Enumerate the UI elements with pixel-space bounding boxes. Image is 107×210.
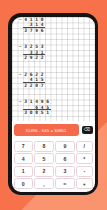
phone-frame: −41103143796−32533312922−26224152207−314… bbox=[8, 13, 98, 195]
worksheet-grid: −41103143796−32533312922−26224152207−314… bbox=[12, 17, 95, 122]
key-equals[interactable]: = bbox=[55, 178, 74, 189]
key-9[interactable]: 9 bbox=[55, 141, 74, 152]
answer-line bbox=[23, 109, 51, 110]
keypad: 789/456*123-0,=+ bbox=[14, 141, 93, 190]
answer-line bbox=[23, 82, 45, 83]
key-5[interactable]: 5 bbox=[34, 153, 53, 164]
digit-cell: 2 bbox=[40, 55, 46, 61]
key-1[interactable]: 1 bbox=[14, 166, 33, 177]
display-row: 31496 - 645 = 30851 ⌫ bbox=[14, 124, 93, 137]
backspace-button[interactable]: ⌫ bbox=[82, 126, 93, 134]
answer-line bbox=[23, 54, 45, 55]
key-minus[interactable]: - bbox=[76, 166, 92, 177]
digit-cell: 6 bbox=[40, 28, 46, 34]
key-2[interactable]: 2 bbox=[34, 166, 53, 177]
key-plus[interactable]: + bbox=[76, 178, 92, 189]
key-8[interactable]: 8 bbox=[34, 141, 53, 152]
key-0[interactable]: 0 bbox=[14, 178, 33, 189]
key-multiply[interactable]: * bbox=[76, 153, 92, 164]
key-3[interactable]: 3 bbox=[55, 166, 74, 177]
app-screen: −41103143796−32533312922−26224152207−314… bbox=[12, 17, 95, 192]
app-background: −41103143796−32533312922−26224152207−314… bbox=[0, 0, 107, 210]
equation-text: 31496 - 645 = 30851 bbox=[26, 128, 67, 133]
equation-display: 31496 - 645 = 30851 bbox=[14, 124, 79, 136]
backspace-icon: ⌫ bbox=[84, 126, 90, 134]
key-comma[interactable]: , bbox=[34, 178, 53, 189]
key-divide[interactable]: / bbox=[76, 141, 92, 152]
digit-cell: 7 bbox=[40, 83, 46, 89]
key-4[interactable]: 4 bbox=[14, 153, 33, 164]
key-7[interactable]: 7 bbox=[14, 141, 33, 152]
answer-line bbox=[23, 27, 45, 28]
digit-cell: 1 bbox=[45, 110, 51, 116]
key-6[interactable]: 6 bbox=[55, 153, 74, 164]
